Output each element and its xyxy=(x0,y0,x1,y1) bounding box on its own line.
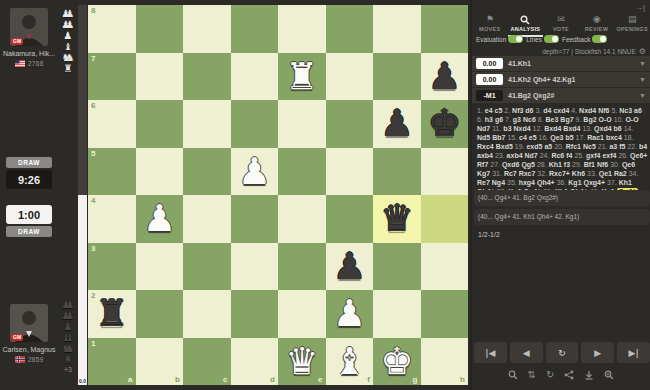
gm-badge: GM xyxy=(11,334,23,341)
panel-tabs: ⚑ MOVES ANALYSIS ✉ VOTE ◉ REVIEW ▤ OPENI… xyxy=(472,13,650,37)
eval-badge: 0.00 xyxy=(476,58,503,69)
move[interactable]: O-O xyxy=(625,116,638,123)
move-number: 1. xyxy=(477,107,483,114)
captured-group-B: ♝ xyxy=(57,41,79,52)
piece-bK-h6: ♚ xyxy=(428,105,461,142)
toggle-lines[interactable]: Lines xyxy=(526,35,559,43)
move-number: 32. xyxy=(537,170,547,177)
move[interactable]: g6 xyxy=(495,116,503,123)
square-h1[interactable]: h xyxy=(421,338,469,386)
square-f3[interactable]: ♟ xyxy=(326,243,374,291)
rank-label-2: 2 xyxy=(91,291,95,300)
eval-badge: 0.00 xyxy=(476,74,503,85)
move-number: 12. xyxy=(533,125,543,132)
captured-group-pp: ♟♟ xyxy=(57,310,79,321)
move[interactable]: Nc6 xyxy=(523,116,536,123)
move[interactable]: Nd7 xyxy=(525,152,538,159)
reset-board-icon[interactable]: ↻ xyxy=(546,369,554,381)
move[interactable]: Nxd4 xyxy=(513,125,530,132)
square-a1[interactable]: 1a xyxy=(88,338,136,386)
gear-icon[interactable]: ⚙ xyxy=(639,47,646,56)
move[interactable]: Be3 xyxy=(546,116,559,123)
next-move-button[interactable]: ▶ xyxy=(581,342,614,363)
toggle-on-icon[interactable] xyxy=(592,35,607,43)
square-h3[interactable] xyxy=(421,243,469,291)
move[interactable]: f5 xyxy=(619,143,625,150)
move-navigation: |◀ ◀ ↻ ▶ ▶| xyxy=(474,342,650,363)
square-f5[interactable] xyxy=(326,148,374,196)
move[interactable]: c4 xyxy=(519,134,527,141)
move-number: 20. xyxy=(554,143,564,150)
square-f1[interactable]: ♝f xyxy=(326,338,374,386)
captured-group-PP: ♟♟ xyxy=(57,19,79,30)
move[interactable]: exf4 xyxy=(602,152,616,159)
rank-label-1: 1 xyxy=(91,339,95,348)
square-c5[interactable] xyxy=(183,148,231,196)
move[interactable]: Rxc4 xyxy=(477,143,494,150)
move[interactable]: Qxg4+ xyxy=(584,179,606,186)
captured-group-NN: ♞♞ xyxy=(57,52,79,63)
square-c7[interactable] xyxy=(183,53,231,101)
move[interactable]: Nc5 xyxy=(583,143,596,150)
piece-wP-b4: ♟ xyxy=(143,200,176,237)
square-e3[interactable] xyxy=(278,243,326,291)
square-g1[interactable]: ♚g xyxy=(373,338,421,386)
captured-group-r: ♜ xyxy=(57,354,79,365)
square-d2[interactable] xyxy=(231,290,279,338)
move[interactable]: Nf6 xyxy=(597,161,608,168)
square-e6[interactable] xyxy=(278,100,326,148)
captured-pieces-bottom: ♟♟♟♟♟♝♝♞♞♜+3 xyxy=(57,299,79,373)
variation-line-1[interactable]: (40... Qg4+ 41. Bg2 Qxg2#) xyxy=(474,190,650,206)
square-a2[interactable]: ♜2 xyxy=(88,290,136,338)
square-c3[interactable] xyxy=(183,243,231,291)
player-top-rating: 2768 xyxy=(0,60,58,67)
toggle-evaluation[interactable]: Evaluation xyxy=(476,35,523,43)
move[interactable]: Kh1 xyxy=(549,161,562,168)
move-number: 5. xyxy=(611,107,617,114)
prev-move-button[interactable]: ◀ xyxy=(510,342,543,363)
move[interactable]: Qh4+ xyxy=(537,179,555,186)
move-number: 3. xyxy=(535,107,541,114)
move[interactable]: exd5 xyxy=(526,143,542,150)
move-number: 29. xyxy=(572,161,582,168)
captured-pieces-top: ♟♟♟♟♟♝♞♞♜ xyxy=(57,8,79,74)
move[interactable]: Qe6+ xyxy=(630,152,647,159)
eval-badge-mate: -M1 xyxy=(476,90,503,101)
piece-bP-f3: ♟ xyxy=(333,248,366,285)
collapse-panel-icon[interactable]: →| xyxy=(635,3,645,12)
square-c8[interactable] xyxy=(183,5,231,53)
move[interactable]: c5 xyxy=(495,107,503,114)
captured-group-nn: ♞♞ xyxy=(57,343,79,354)
evaluation-bar-label: 0.0 xyxy=(78,378,87,384)
move[interactable]: O-O xyxy=(599,116,612,123)
gm-badge: GM xyxy=(11,38,23,45)
square-b1[interactable]: b xyxy=(136,338,184,386)
move[interactable]: Qe1 xyxy=(599,170,612,177)
tab-review[interactable]: ◉ REVIEW xyxy=(579,13,615,37)
piece-bP-g6: ♟ xyxy=(380,105,413,142)
move-number: 28. xyxy=(537,161,547,168)
captured-group-p: ♟ xyxy=(57,321,79,332)
square-d8[interactable] xyxy=(231,5,279,53)
move[interactable]: Rxc7 xyxy=(519,170,536,177)
move[interactable]: Nd5 xyxy=(477,134,490,141)
square-h5[interactable] xyxy=(421,148,469,196)
move-number: 18. xyxy=(624,134,634,141)
move-number: 15. xyxy=(507,134,517,141)
clock-group-top: DRAW 9:26 xyxy=(6,157,52,191)
square-d5[interactable]: ♟ xyxy=(231,148,279,196)
analysis-panel: →| ⚑ MOVES ANALYSIS ✉ VOTE ◉ REVIEW ▤ xyxy=(470,0,650,390)
chevron-down-icon[interactable]: ▼ xyxy=(639,92,646,99)
move-number: 8. xyxy=(538,116,544,123)
file-label-a: a xyxy=(128,375,132,384)
square-b8[interactable] xyxy=(136,5,184,53)
square-a5[interactable]: 5 xyxy=(88,148,136,196)
move[interactable]: axb4 xyxy=(477,152,493,159)
move[interactable]: Kg1 xyxy=(568,179,581,186)
move[interactable]: Qxd4 xyxy=(594,125,612,132)
rank-label-8: 8 xyxy=(91,6,95,15)
us-flag-icon xyxy=(15,60,25,67)
square-d4[interactable] xyxy=(231,195,279,243)
piece-bP-h7: ♟ xyxy=(428,58,461,95)
flip-board-icon[interactable]: ⇅ xyxy=(528,369,536,381)
move[interactable]: b4 xyxy=(639,143,647,150)
piece-wK-g1: ♚ xyxy=(380,343,413,380)
last-move-button[interactable]: ▶| xyxy=(617,342,650,363)
move-number: 31. xyxy=(492,170,502,177)
first-move-button[interactable]: |◀ xyxy=(474,342,507,363)
download-icon[interactable] xyxy=(584,370,594,380)
player-bottom: GM Carlsen, Magnus 2859 xyxy=(0,304,58,363)
piece-bQ-g4: ♛ xyxy=(380,200,413,237)
file-label-c: c xyxy=(223,375,227,384)
move-number: 21. xyxy=(598,143,608,150)
move-number: 11. xyxy=(492,125,501,132)
move-number: 36. xyxy=(557,179,567,186)
move-number: 16. xyxy=(539,134,549,141)
draw-button-top[interactable]: DRAW xyxy=(6,157,52,168)
move-number: 24. xyxy=(540,152,550,159)
move[interactable]: bxc4 xyxy=(606,134,622,141)
square-b2[interactable] xyxy=(136,290,184,338)
move[interactable]: d4 xyxy=(543,107,551,114)
panel-tools: ⇅ ↻ xyxy=(472,369,650,381)
move[interactable]: Ra2 xyxy=(614,170,627,177)
variation-line-2[interactable]: (40... Qg4+ 41. Kh1 Qh4+ 42. Kg1) xyxy=(474,209,650,225)
move-number: 23. xyxy=(495,152,505,159)
move[interactable]: h3 xyxy=(485,116,493,123)
square-f2[interactable]: ♟ xyxy=(326,290,374,338)
move[interactable]: Qxd6 xyxy=(502,161,520,168)
square-g6[interactable]: ♟ xyxy=(373,100,421,148)
piece-wP-d5: ♟ xyxy=(238,153,271,190)
move-number: 6. xyxy=(477,116,483,123)
square-c6[interactable] xyxy=(183,100,231,148)
player-bottom-rating: 2859 xyxy=(0,356,58,363)
square-g2[interactable] xyxy=(373,290,421,338)
move[interactable]: d6 xyxy=(525,107,533,114)
move-number: 4. xyxy=(571,107,577,114)
search-icon xyxy=(508,13,544,25)
engine-line-2[interactable]: 0.00 41.Kh2 Qh4+ 42.Kg1 ▼ xyxy=(472,72,650,87)
move[interactable]: Kh1 xyxy=(619,179,632,186)
move[interactable]: Bg2 xyxy=(583,116,596,123)
move[interactable]: Rf7 xyxy=(477,161,488,168)
rank-label-4: 4 xyxy=(91,196,95,205)
move-number: 33. xyxy=(587,170,597,177)
captured-group-pp: ♟♟ xyxy=(57,299,79,310)
move-number: 30. xyxy=(610,161,620,168)
move[interactable]: b5 xyxy=(565,134,573,141)
move[interactable]: Bf1 xyxy=(584,161,595,168)
toggle-on-icon[interactable] xyxy=(508,35,523,43)
engine-status: depth=77 | Stockfish 14.1 NNUE ⚙ xyxy=(542,47,646,56)
move[interactable]: Nd7 xyxy=(477,125,490,132)
move-number: 14. xyxy=(624,125,634,132)
player-top-rating-value: 2768 xyxy=(28,60,44,67)
evaluation-bar-white: 0.0 xyxy=(78,195,87,385)
move[interactable]: gxf4 xyxy=(586,152,600,159)
square-h8[interactable] xyxy=(421,5,469,53)
search-icon[interactable] xyxy=(508,370,518,380)
square-a3[interactable]: 3 xyxy=(88,243,136,291)
clock-group-bottom: 1:00 DRAW xyxy=(6,203,52,237)
piece-wR-e7: ♜ xyxy=(285,58,318,95)
move-number: 2. xyxy=(504,107,510,114)
player-bottom-rating-value: 2859 xyxy=(28,356,44,363)
move-number: 7. xyxy=(505,116,511,123)
draw-button-bottom[interactable]: DRAW xyxy=(6,226,52,237)
move[interactable]: e5 xyxy=(529,134,537,141)
move[interactable]: Ng4 xyxy=(492,179,505,186)
book-icon: ▤ xyxy=(614,13,650,25)
move[interactable]: b6 xyxy=(614,125,622,132)
piece-bR-a2: ♜ xyxy=(95,295,128,332)
move[interactable]: Re7 xyxy=(477,179,490,186)
move-number: 25. xyxy=(574,152,584,159)
move[interactable]: Nf3 xyxy=(512,107,523,114)
move[interactable]: a3 xyxy=(609,143,617,150)
file-label-e: e xyxy=(318,375,322,384)
app-window: GM Nakamura, Hik... 2768 DRAW 9:26 1:00 … xyxy=(0,0,650,390)
move[interactable]: g3 xyxy=(513,116,521,123)
piece-wP-f2: ♟ xyxy=(333,295,366,332)
square-h4[interactable] xyxy=(421,195,469,243)
evaluation-bar: 0.0 xyxy=(78,5,87,385)
move-number: 22. xyxy=(627,143,637,150)
square-a7[interactable]: 7 xyxy=(88,53,136,101)
captured-group-R: ♜ xyxy=(57,63,79,74)
square-d6[interactable] xyxy=(231,100,279,148)
square-g8[interactable] xyxy=(373,5,421,53)
file-label-h: h xyxy=(460,375,465,384)
square-f6[interactable] xyxy=(326,100,374,148)
move[interactable]: Rc6 xyxy=(551,152,564,159)
square-f7[interactable] xyxy=(326,53,374,101)
square-b4[interactable]: ♟ xyxy=(136,195,184,243)
toggle-on-icon[interactable] xyxy=(544,35,559,43)
captured-group-bb: ♝♝ xyxy=(57,332,79,343)
move[interactable]: Kg7 xyxy=(477,170,490,177)
move-number: 10. xyxy=(614,116,624,123)
player-bottom-avatar[interactable]: GM xyxy=(10,304,48,342)
file-label-d: d xyxy=(270,375,275,384)
move[interactable]: Bxd4 xyxy=(544,125,561,132)
move[interactable]: Kh6 xyxy=(572,170,585,177)
move[interactable]: Qe6 xyxy=(622,161,635,168)
share-icon[interactable] xyxy=(564,370,574,380)
move[interactable]: a5 xyxy=(544,143,552,150)
square-h7[interactable]: ♟ xyxy=(421,53,469,101)
move[interactable]: Bg7 xyxy=(560,116,573,123)
file-label-f: f xyxy=(367,375,370,384)
square-e1[interactable]: ♛e xyxy=(278,338,326,386)
square-f4[interactable] xyxy=(326,195,374,243)
material-score: +3 xyxy=(57,366,79,373)
move[interactable]: e4 xyxy=(485,107,493,114)
square-g5[interactable] xyxy=(373,148,421,196)
captured-group-PP: ♟♟ xyxy=(57,8,79,19)
move-number: 19. xyxy=(515,143,525,150)
square-d1[interactable]: d xyxy=(231,338,279,386)
chevron-down-icon[interactable]: ▼ xyxy=(639,76,646,83)
captured-group-P: ♟ xyxy=(57,30,79,41)
move[interactable]: Qg5 xyxy=(521,161,535,168)
square-f8[interactable] xyxy=(326,5,374,53)
piece-wB-f1: ♝ xyxy=(333,343,366,380)
square-b5[interactable] xyxy=(136,148,184,196)
envelope-icon: ✉ xyxy=(543,13,579,25)
zoom-icon[interactable] xyxy=(604,370,614,380)
file-label-b: b xyxy=(175,375,180,384)
square-d3[interactable] xyxy=(231,243,279,291)
move[interactable]: f3 xyxy=(564,161,570,168)
square-g3[interactable] xyxy=(373,243,421,291)
norway-flag-icon xyxy=(15,356,25,363)
move[interactable]: a6 xyxy=(634,107,642,114)
square-e7[interactable]: ♜ xyxy=(278,53,326,101)
rank-label-3: 3 xyxy=(91,244,95,253)
square-h2[interactable] xyxy=(421,290,469,338)
square-e2[interactable] xyxy=(278,290,326,338)
square-e4[interactable] xyxy=(278,195,326,243)
chevron-down-icon[interactable]: ▼ xyxy=(639,60,646,67)
move[interactable]: Nc3 xyxy=(619,107,632,114)
move[interactable]: Rfc1 xyxy=(566,143,581,150)
player-bottom-name[interactable]: Carlsen, Magnus xyxy=(0,346,58,353)
flag-icon: ⚑ xyxy=(472,13,508,25)
move[interactable]: hxg4 xyxy=(519,179,535,186)
engine-lines: 0.00 41.Kh1 ▼ 0.00 41.Kh2 Qh4+ 42.Kg1 ▼ … xyxy=(472,56,650,104)
square-e8[interactable] xyxy=(278,5,326,53)
move[interactable]: f4 xyxy=(566,152,572,159)
move-number: 34. xyxy=(629,170,639,177)
move-number: 9. xyxy=(576,116,582,123)
rank-label-5: 5 xyxy=(91,149,95,158)
move[interactable]: Nf6 xyxy=(598,107,609,114)
target-icon: ◉ xyxy=(579,13,615,25)
engine-line-3[interactable]: -M1 41.Bg2 Qxg2# ▼ xyxy=(472,88,650,103)
rank-label-6: 6 xyxy=(91,101,95,110)
piece-wQ-e1: ♛ xyxy=(285,343,318,380)
square-a8[interactable]: 8 xyxy=(88,5,136,53)
tab-moves[interactable]: ⚑ MOVES xyxy=(472,13,508,37)
tab-vote[interactable]: ✉ VOTE xyxy=(543,13,579,37)
clock-top: 9:26 xyxy=(6,170,52,189)
square-c2[interactable] xyxy=(183,290,231,338)
engine-status-text: depth=77 | Stockfish 14.1 NNUE xyxy=(542,48,636,55)
square-b6[interactable] xyxy=(136,100,184,148)
tab-analysis[interactable]: ANALYSIS xyxy=(508,13,544,37)
square-g4[interactable]: ♛ xyxy=(373,195,421,243)
engine-line-1[interactable]: 0.00 41.Kh1 ▼ xyxy=(472,56,650,71)
square-b3[interactable] xyxy=(136,243,184,291)
square-a6[interactable]: 6 xyxy=(88,100,136,148)
square-c1[interactable]: c xyxy=(183,338,231,386)
square-g7[interactable] xyxy=(373,53,421,101)
move[interactable]: Rac1 xyxy=(587,134,604,141)
file-label-g: g xyxy=(413,375,418,384)
move-number: 17. xyxy=(576,134,586,141)
move-number: 13. xyxy=(582,125,592,132)
clock-bottom: 1:00 xyxy=(6,205,52,224)
square-d7[interactable] xyxy=(231,53,279,101)
chess-board[interactable]: 87♜♟6♟♚5♟4♟♛3♟♜2♟1abcd♛e♝f♚gh xyxy=(88,5,468,385)
rank-label-7: 7 xyxy=(91,54,95,63)
square-b7[interactable] xyxy=(136,53,184,101)
tab-openings[interactable]: ▤ OPENINGS xyxy=(614,13,650,37)
move[interactable]: Bxd5 xyxy=(496,143,513,150)
move[interactable]: Nxd4 xyxy=(579,107,596,114)
square-e5[interactable] xyxy=(278,148,326,196)
player-top: GM Nakamura, Hik... 2768 xyxy=(0,8,58,67)
toggle-feedback[interactable]: Feedback xyxy=(562,35,608,43)
move[interactable]: b3 xyxy=(503,125,511,132)
move[interactable]: cxd4 xyxy=(553,107,569,114)
move[interactable]: Bxd4 xyxy=(563,125,580,132)
game-result: 1/2-1/2 xyxy=(478,231,500,238)
move-number: 26. xyxy=(618,152,628,159)
player-top-name[interactable]: Nakamura, Hik... xyxy=(0,50,58,57)
square-h6[interactable]: ♚ xyxy=(421,100,469,148)
move-number: 27. xyxy=(490,161,500,168)
move[interactable]: Rc7 xyxy=(504,170,517,177)
move-number: 35. xyxy=(507,179,517,186)
player-top-avatar[interactable]: GM xyxy=(10,8,48,46)
square-a4[interactable]: 4 xyxy=(88,195,136,243)
move[interactable]: axb4 xyxy=(507,152,523,159)
reset-button[interactable]: ↻ xyxy=(546,342,579,363)
move[interactable]: Qe3 xyxy=(550,134,563,141)
move-list[interactable]: 1. e4 c5 2. Nf3 d6 3. d4 cxd4 4. Nxd4 Nf… xyxy=(477,106,648,196)
analysis-toggles: Evaluation Lines Feedback xyxy=(476,35,646,43)
square-c4[interactable] xyxy=(183,195,231,243)
move[interactable]: Bb7 xyxy=(492,134,505,141)
move[interactable]: Rxc7+ xyxy=(549,170,570,177)
move-number: 37. xyxy=(607,179,617,186)
